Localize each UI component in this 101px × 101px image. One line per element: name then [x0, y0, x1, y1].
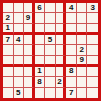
cell-empty-r6c3[interactable]: [24, 56, 35, 67]
cell-empty-r7c3[interactable]: [24, 67, 35, 77]
cell-given-r1c9: 3: [87, 3, 98, 13]
cell-empty-r3c5[interactable]: [45, 24, 56, 35]
cell-empty-r1c3[interactable]: [24, 3, 35, 13]
cell-empty-r9c9[interactable]: [87, 88, 98, 98]
cell-given-r4c2: 4: [14, 35, 25, 45]
cell-empty-r4c3[interactable]: [24, 35, 35, 45]
cell-empty-r1c8[interactable]: [77, 3, 88, 13]
cell-given-r3c1: 1: [3, 24, 14, 35]
cell-given-r1c4: 6: [35, 3, 46, 13]
cell-empty-r2c5[interactable]: [45, 13, 56, 23]
cell-empty-r5c1[interactable]: [3, 45, 14, 55]
cell-empty-r6c2[interactable]: [14, 56, 25, 67]
cell-empty-r3c9[interactable]: [87, 24, 98, 35]
cell-empty-r8c8[interactable]: [77, 77, 88, 87]
cell-empty-r3c3[interactable]: [24, 24, 35, 35]
cell-empty-r7c6[interactable]: [56, 67, 67, 77]
cell-empty-r2c9[interactable]: [87, 13, 98, 23]
cell-empty-r7c2[interactable]: [14, 67, 25, 77]
cell-empty-r6c1[interactable]: [3, 56, 14, 67]
cell-empty-r9c8[interactable]: [77, 88, 88, 98]
cell-empty-r9c4[interactable]: [35, 88, 46, 98]
cell-empty-r1c6[interactable]: [56, 3, 67, 13]
cell-empty-r2c8[interactable]: [77, 13, 88, 23]
cell-empty-r5c5[interactable]: [45, 45, 56, 55]
cell-empty-r2c6[interactable]: [56, 13, 67, 23]
cell-empty-r3c6[interactable]: [56, 24, 67, 35]
cell-empty-r2c4[interactable]: [35, 13, 46, 23]
cell-empty-r9c5[interactable]: [45, 88, 56, 98]
cell-empty-r3c4[interactable]: [35, 24, 46, 35]
cell-empty-r8c9[interactable]: [87, 77, 98, 87]
cell-empty-r7c9[interactable]: [87, 67, 98, 77]
cell-empty-r4c9[interactable]: [87, 35, 98, 45]
cell-given-r7c4: 1: [35, 67, 46, 77]
cell-empty-r3c7[interactable]: [66, 24, 77, 35]
cell-empty-r9c6[interactable]: [56, 88, 67, 98]
cell-empty-r3c8[interactable]: [77, 24, 88, 35]
cell-empty-r5c9[interactable]: [87, 45, 98, 55]
cell-empty-r2c7[interactable]: [66, 13, 77, 23]
cell-empty-r8c5[interactable]: [45, 77, 56, 87]
cell-given-r1c7: 4: [66, 3, 77, 13]
cell-empty-r6c5[interactable]: [45, 56, 56, 67]
cell-given-r4c5: 5: [45, 35, 56, 45]
cell-empty-r5c3[interactable]: [24, 45, 35, 55]
cell-given-r9c2: 5: [14, 88, 25, 98]
cell-empty-r6c7[interactable]: [66, 56, 77, 67]
cell-empty-r5c2[interactable]: [14, 45, 25, 55]
cell-empty-r7c1[interactable]: [3, 67, 14, 77]
cell-empty-r7c8[interactable]: [77, 67, 88, 77]
cell-empty-r7c5[interactable]: [45, 67, 56, 77]
cell-empty-r6c4[interactable]: [35, 56, 46, 67]
cell-empty-r9c3[interactable]: [24, 88, 35, 98]
cell-empty-r4c8[interactable]: [77, 35, 88, 45]
cell-given-r8c4: 8: [35, 77, 46, 87]
cell-empty-r5c4[interactable]: [35, 45, 46, 55]
cell-empty-r5c6[interactable]: [56, 45, 67, 55]
cell-empty-r6c6[interactable]: [56, 56, 67, 67]
cell-given-r9c7: 7: [66, 88, 77, 98]
cell-empty-r1c2[interactable]: [14, 3, 25, 13]
cell-empty-r1c1[interactable]: [3, 3, 14, 13]
sudoku-board: 64329174529188257: [0, 0, 101, 101]
cell-empty-r9c1[interactable]: [3, 88, 14, 98]
cell-empty-r5c7[interactable]: [66, 45, 77, 55]
cell-empty-r4c7[interactable]: [66, 35, 77, 45]
cell-given-r4c1: 7: [3, 35, 14, 45]
cell-given-r2c3: 9: [24, 13, 35, 23]
cell-empty-r4c6[interactable]: [56, 35, 67, 45]
cell-empty-r3c2[interactable]: [14, 24, 25, 35]
cell-empty-r4c4[interactable]: [35, 35, 46, 45]
cell-empty-r6c9[interactable]: [87, 56, 98, 67]
cell-given-r7c7: 8: [66, 67, 77, 77]
cell-given-r6c8: 9: [77, 56, 88, 67]
cell-empty-r8c1[interactable]: [3, 77, 14, 87]
cell-empty-r8c7[interactable]: [66, 77, 77, 87]
cell-given-r8c6: 2: [56, 77, 67, 87]
cell-empty-r8c2[interactable]: [14, 77, 25, 87]
cell-empty-r2c2[interactable]: [14, 13, 25, 23]
cell-empty-r8c3[interactable]: [24, 77, 35, 87]
cell-empty-r1c5[interactable]: [45, 3, 56, 13]
